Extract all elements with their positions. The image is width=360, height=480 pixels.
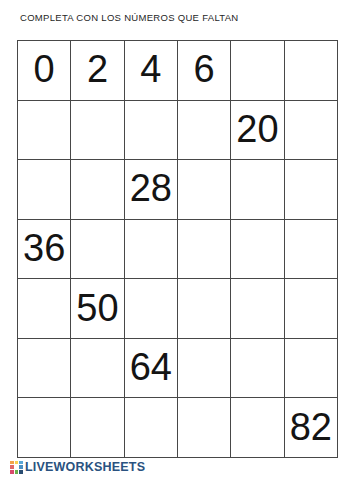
logo-square bbox=[19, 470, 23, 474]
grid-cell: 28 bbox=[125, 160, 178, 220]
grid-cell[interactable] bbox=[18, 101, 71, 161]
grid-cell: 50 bbox=[71, 279, 124, 339]
brand-text: LIVEWORKSHEETS bbox=[25, 460, 145, 474]
grid-cell[interactable] bbox=[285, 220, 338, 280]
grid-cell[interactable] bbox=[285, 279, 338, 339]
grid-cell: 6 bbox=[178, 41, 231, 101]
grid-cell[interactable] bbox=[178, 101, 231, 161]
liveworksheets-footer: LIVEWORKSHEETS bbox=[10, 460, 145, 474]
grid-cell[interactable] bbox=[231, 41, 284, 101]
grid-cell[interactable] bbox=[18, 398, 71, 458]
logo-square bbox=[10, 461, 14, 465]
grid-cell[interactable] bbox=[231, 279, 284, 339]
grid-cell: 4 bbox=[125, 41, 178, 101]
worksheet-title: COMPLETA CON LOS NÚMEROS QUE FALTAN bbox=[20, 12, 238, 23]
grid-cell[interactable] bbox=[178, 279, 231, 339]
logo-square bbox=[19, 465, 23, 469]
grid-cell[interactable] bbox=[285, 41, 338, 101]
grid-cell[interactable] bbox=[18, 279, 71, 339]
logo-square bbox=[19, 461, 23, 465]
grid-cell[interactable] bbox=[178, 339, 231, 399]
grid-cell[interactable] bbox=[231, 339, 284, 399]
grid-cell[interactable] bbox=[231, 160, 284, 220]
grid-cell[interactable] bbox=[18, 339, 71, 399]
grid-cell: 64 bbox=[125, 339, 178, 399]
logo-square bbox=[10, 465, 14, 469]
number-grid: 0 2 4 6 20 28 36 50 64 82 bbox=[17, 40, 338, 458]
grid-cell[interactable] bbox=[125, 220, 178, 280]
grid-cell[interactable] bbox=[178, 398, 231, 458]
grid-cell[interactable] bbox=[71, 101, 124, 161]
grid-cell: 82 bbox=[285, 398, 338, 458]
logo-square bbox=[10, 470, 14, 474]
grid-cell[interactable] bbox=[71, 339, 124, 399]
grid-cell[interactable] bbox=[18, 160, 71, 220]
grid-cell[interactable] bbox=[178, 160, 231, 220]
grid-cell: 36 bbox=[18, 220, 71, 280]
grid-cell: 2 bbox=[71, 41, 124, 101]
grid-cell[interactable] bbox=[71, 398, 124, 458]
liveworksheets-logo-icon bbox=[10, 461, 23, 474]
logo-square bbox=[15, 461, 19, 465]
grid-cell[interactable] bbox=[125, 398, 178, 458]
grid-cell: 0 bbox=[18, 41, 71, 101]
grid-cell[interactable] bbox=[71, 160, 124, 220]
grid-cell: 20 bbox=[231, 101, 284, 161]
logo-square bbox=[15, 470, 19, 474]
grid-cell[interactable] bbox=[71, 220, 124, 280]
grid-cell[interactable] bbox=[231, 398, 284, 458]
grid-cell[interactable] bbox=[285, 160, 338, 220]
grid-cell[interactable] bbox=[125, 101, 178, 161]
logo-square bbox=[15, 465, 19, 469]
grid-cell[interactable] bbox=[285, 101, 338, 161]
grid-cell[interactable] bbox=[231, 220, 284, 280]
grid-cell[interactable] bbox=[125, 279, 178, 339]
grid-cell[interactable] bbox=[285, 339, 338, 399]
grid-cell[interactable] bbox=[178, 220, 231, 280]
